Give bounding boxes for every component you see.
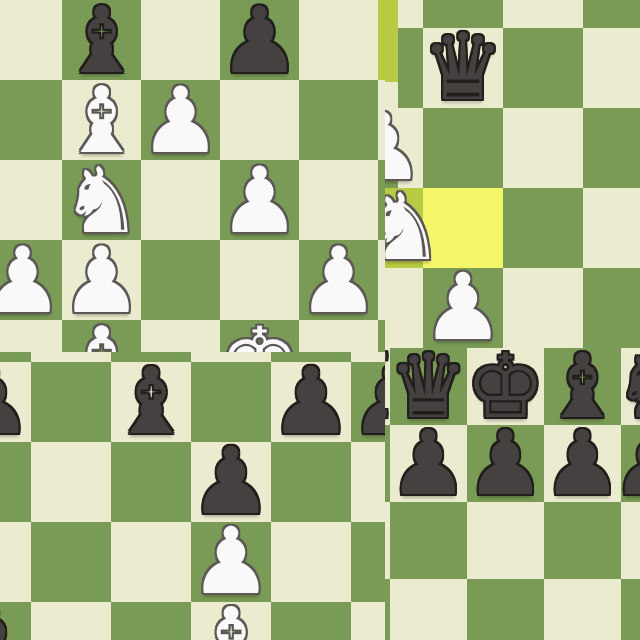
highlighted-square[interactable] — [378, 0, 385, 80]
board-square[interactable] — [111, 602, 191, 640]
board-square[interactable] — [351, 522, 385, 602]
board-square[interactable] — [583, 108, 640, 188]
board-square[interactable] — [31, 602, 111, 640]
board-square[interactable] — [271, 602, 351, 640]
white-bishop[interactable]: ♝ — [191, 602, 271, 640]
board-square[interactable] — [299, 80, 378, 160]
board-quadrant-bottom-right: ♜♛♚♝♞♟♟♟♟ — [385, 348, 640, 640]
board-square[interactable] — [141, 320, 220, 352]
board-quadrant-top-left: ♝♟♝♟♞♟♟♟♟♝♚ — [0, 0, 385, 352]
board-square[interactable] — [31, 352, 111, 362]
board-square[interactable] — [390, 579, 467, 640]
chess-board-collage: ♝♟♝♟♞♟♟♟♟♝♚♛♟♞♟♟♝♟♟♟♟♝♟♜♛♚♝♞♟♟♟♟ — [0, 0, 640, 640]
board-square[interactable] — [0, 0, 62, 80]
white-pawn[interactable]: ♟ — [141, 80, 220, 160]
board-square[interactable] — [621, 579, 640, 640]
black-pawn[interactable]: ♟ — [467, 425, 544, 502]
white-pawn[interactable]: ♟ — [220, 160, 299, 240]
black-queen[interactable]: ♛ — [423, 28, 503, 108]
black-pawn[interactable]: ♟ — [613, 425, 640, 502]
black-pawn[interactable]: ♟ — [271, 362, 351, 442]
white-pawn[interactable]: ♟ — [0, 240, 62, 320]
board-square[interactable] — [503, 188, 583, 268]
white-pawn[interactable]: ♟ — [423, 268, 503, 348]
board-square[interactable] — [31, 362, 111, 442]
board-square[interactable] — [299, 0, 378, 80]
board-square[interactable] — [503, 28, 583, 108]
black-bishop[interactable]: ♝ — [111, 362, 191, 442]
board-square[interactable] — [583, 0, 640, 28]
board-square[interactable] — [0, 80, 62, 160]
black-pawn[interactable]: ♟ — [220, 0, 299, 80]
board-square[interactable] — [111, 522, 191, 602]
board-square[interactable] — [467, 579, 544, 640]
black-pawn[interactable]: ♟ — [0, 362, 31, 442]
white-bishop[interactable]: ♝ — [62, 320, 141, 352]
board-square[interactable] — [191, 352, 271, 362]
board-square[interactable] — [544, 579, 621, 640]
black-pawn[interactable]: ♟ — [544, 425, 621, 502]
board-square[interactable] — [378, 80, 385, 160]
board-edge-sliver — [385, 0, 398, 82]
board-square[interactable] — [351, 602, 385, 640]
board-square[interactable] — [271, 522, 351, 602]
board-square[interactable] — [31, 522, 111, 602]
black-pawn[interactable]: ♟ — [390, 425, 467, 502]
board-square[interactable] — [141, 240, 220, 320]
board-quadrant-top-right: ♛♟♞♟ — [385, 0, 640, 348]
white-king[interactable]: ♚ — [220, 320, 299, 352]
board-square[interactable] — [31, 442, 111, 522]
board-square[interactable] — [503, 108, 583, 188]
board-quadrant-bottom-left: ♟♝♟♟♟♟♝♟ — [0, 352, 385, 640]
black-pawn[interactable]: ♟ — [0, 602, 31, 640]
board-square[interactable] — [503, 268, 583, 348]
white-pawn[interactable]: ♟ — [299, 240, 378, 320]
black-pawn[interactable]: ♟ — [351, 362, 385, 442]
board-square[interactable] — [583, 188, 640, 268]
board-square[interactable] — [583, 268, 640, 348]
board-square[interactable] — [503, 0, 583, 28]
board-square[interactable] — [583, 28, 640, 108]
board-square[interactable] — [378, 160, 385, 240]
